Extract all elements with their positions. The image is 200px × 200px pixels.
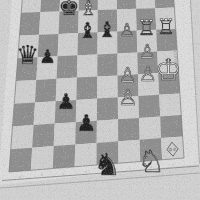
film-grain-light <box>0 0 200 200</box>
chessboard: abcdefghChessmate♔♕♚♗♝♝♙♖♖♛♟♙♙♙♔♟♙♟♞♘ <box>0 0 200 200</box>
chess-board-photo: abcdefghChessmate♔♕♚♗♝♝♙♖♖♛♟♙♙♙♔♟♙♟♞♘ 2k… <box>0 0 200 200</box>
